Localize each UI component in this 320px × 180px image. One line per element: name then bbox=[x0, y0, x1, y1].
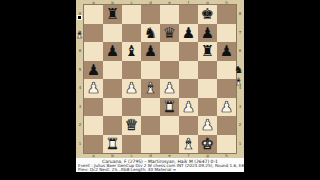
square-h2 bbox=[217, 116, 236, 135]
square-g7: ♟ bbox=[198, 24, 217, 43]
square-e8 bbox=[160, 5, 179, 24]
material-black-knight-icon: ♞ bbox=[233, 64, 244, 75]
moves-material-line: Prev: Qc2 Next: 25...Rb8 Length: 40 Mate… bbox=[76, 168, 244, 172]
square-e4: ♟ bbox=[160, 79, 179, 98]
black-to-move-indicator-icon bbox=[77, 15, 82, 20]
white-pawn: ♟ bbox=[87, 79, 100, 98]
square-e7: ♛ bbox=[160, 24, 179, 43]
square-b6: ♟ bbox=[103, 42, 122, 61]
coord-label: 6 bbox=[76, 42, 84, 61]
square-f3: ♟ bbox=[179, 98, 198, 117]
black-pawn: ♟ bbox=[106, 42, 119, 61]
square-f4 bbox=[179, 79, 198, 98]
square-b3 bbox=[103, 98, 122, 117]
square-g3 bbox=[198, 98, 217, 117]
square-b2 bbox=[103, 116, 122, 135]
square-c8 bbox=[122, 5, 141, 24]
black-knight: ♞ bbox=[144, 23, 157, 42]
square-g2: ♟ bbox=[198, 116, 217, 135]
white-pawn: ♟ bbox=[182, 97, 195, 116]
rank-labels-left: 87654321 bbox=[76, 5, 84, 153]
white-queen: ♛ bbox=[125, 116, 138, 135]
black-rook: ♜ bbox=[106, 5, 119, 24]
square-g5 bbox=[198, 61, 217, 80]
white-pawn: ♟ bbox=[220, 97, 233, 116]
white-bishop: ♝ bbox=[182, 134, 195, 153]
game-caption: Caruana, F (2795) – Martirosyan, Haik M … bbox=[76, 158, 244, 172]
square-f6 bbox=[179, 42, 198, 61]
coord-label: 7 bbox=[236, 24, 244, 43]
white-pawn: ♟ bbox=[163, 79, 176, 98]
square-c6: ♝ bbox=[122, 42, 141, 61]
square-b5 bbox=[103, 61, 122, 80]
black-pawn: ♟ bbox=[182, 23, 195, 42]
square-c4: ♟ bbox=[122, 79, 141, 98]
coord-label: 1 bbox=[76, 135, 84, 154]
black-pawn: ♟ bbox=[87, 60, 100, 79]
square-a4: ♟ bbox=[84, 79, 103, 98]
square-c2: ♛ bbox=[122, 116, 141, 135]
square-d7: ♞ bbox=[141, 24, 160, 43]
square-d3 bbox=[141, 98, 160, 117]
square-a5: ♟ bbox=[84, 61, 103, 80]
square-c5 bbox=[122, 61, 141, 80]
square-h3: ♟ bbox=[217, 98, 236, 117]
square-f7: ♟ bbox=[179, 24, 198, 43]
square-e5 bbox=[160, 61, 179, 80]
square-h8 bbox=[217, 5, 236, 24]
square-a6 bbox=[84, 42, 103, 61]
square-g6: ♜ bbox=[198, 42, 217, 61]
square-h6: ♟ bbox=[217, 42, 236, 61]
coord-label: 3 bbox=[76, 98, 84, 117]
coord-label: 8 bbox=[236, 5, 244, 24]
square-d2 bbox=[141, 116, 160, 135]
square-d6: ♟ bbox=[141, 42, 160, 61]
white-rook: ♜ bbox=[163, 97, 176, 116]
coord-label: 4 bbox=[76, 79, 84, 98]
black-pawn: ♟ bbox=[144, 42, 157, 61]
coord-label: 5 bbox=[76, 61, 84, 80]
coord-label: 1 bbox=[236, 135, 244, 154]
black-pawn: ♟ bbox=[201, 23, 214, 42]
square-a8 bbox=[84, 5, 103, 24]
black-bishop: ♝ bbox=[125, 42, 138, 61]
square-a3 bbox=[84, 98, 103, 117]
square-e6 bbox=[160, 42, 179, 61]
square-f5 bbox=[179, 61, 198, 80]
square-a7 bbox=[84, 24, 103, 43]
left-edge-piece-icon: ♝ bbox=[74, 29, 85, 40]
black-rook: ♜ bbox=[201, 42, 214, 61]
square-f1: ♝ bbox=[179, 135, 198, 154]
white-pawn: ♟ bbox=[125, 79, 138, 98]
square-b1: ♜ bbox=[103, 135, 122, 154]
board-grid: ♜♚♞♛♟♟♟♝♟♜♟♟♟♟♝♟♜♟♟♛♟♜♝♚ bbox=[84, 5, 236, 153]
square-c3 bbox=[122, 98, 141, 117]
white-bishop: ♝ bbox=[144, 79, 157, 98]
coord-label: 2 bbox=[236, 116, 244, 135]
black-pawn: ♟ bbox=[220, 42, 233, 61]
square-g8: ♚ bbox=[198, 5, 217, 24]
video-frame: abcdefgh 87654321 87654321 ♜♚♞♛♟♟♟♝♟♜♟♟♟… bbox=[0, 0, 320, 180]
square-f8 bbox=[179, 5, 198, 24]
square-e3: ♜ bbox=[160, 98, 179, 117]
square-c1 bbox=[122, 135, 141, 154]
coord-label: 2 bbox=[76, 116, 84, 135]
square-g1: ♚ bbox=[198, 135, 217, 154]
material-white-bishop-icon: ♝ bbox=[233, 76, 244, 87]
black-king: ♚ bbox=[201, 5, 214, 24]
square-g4 bbox=[198, 79, 217, 98]
square-f2 bbox=[179, 116, 198, 135]
square-e2 bbox=[160, 116, 179, 135]
square-b8: ♜ bbox=[103, 5, 122, 24]
coord-label: 6 bbox=[236, 42, 244, 61]
square-h1 bbox=[217, 135, 236, 154]
square-a2 bbox=[84, 116, 103, 135]
white-king: ♚ bbox=[201, 134, 214, 153]
chess-board: abcdefgh 87654321 87654321 ♜♚♞♛♟♟♟♝♟♜♟♟♟… bbox=[76, 0, 244, 158]
square-d5 bbox=[141, 61, 160, 80]
square-a1 bbox=[84, 135, 103, 154]
square-d4: ♝ bbox=[141, 79, 160, 98]
white-pawn: ♟ bbox=[201, 116, 214, 135]
square-d1 bbox=[141, 135, 160, 154]
coord-label: 3 bbox=[236, 98, 244, 117]
square-e1 bbox=[160, 135, 179, 154]
black-queen: ♛ bbox=[163, 23, 176, 42]
square-d8 bbox=[141, 5, 160, 24]
square-c7 bbox=[122, 24, 141, 43]
square-b7 bbox=[103, 24, 122, 43]
white-rook: ♜ bbox=[106, 134, 119, 153]
square-h7 bbox=[217, 24, 236, 43]
square-b4 bbox=[103, 79, 122, 98]
